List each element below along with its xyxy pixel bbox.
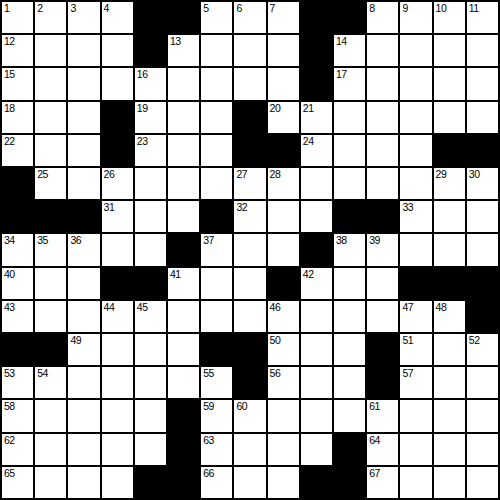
block-r5c15 [467,135,498,166]
cell-r12c14[interactable] [434,367,465,398]
clue-number: 18 [4,102,15,114]
clue-number: 40 [4,268,15,280]
cell-r2c6[interactable]: 13 [168,35,199,66]
cell-r13c14[interactable] [434,400,465,431]
cell-r4c2[interactable] [35,102,66,133]
cell-r15c2[interactable] [35,467,66,498]
cell-r2c9[interactable] [268,35,299,66]
cell-r1c9[interactable]: 7 [268,2,299,33]
cell-r11c15[interactable]: 52 [467,334,498,365]
cell-r4c14[interactable] [434,102,465,133]
cell-r8c1[interactable]: 34 [2,234,33,265]
cell-r7c13[interactable]: 33 [400,201,431,232]
cell-r15c3[interactable] [68,467,99,498]
cell-r10c3[interactable] [68,301,99,332]
clue-number: 26 [104,168,115,180]
cell-r3c6[interactable] [168,68,199,99]
cell-r6c7[interactable] [201,168,232,199]
block-r12c12 [367,367,398,398]
cell-r5c13[interactable] [400,135,431,166]
cell-r12c5[interactable] [135,367,166,398]
cell-r5c6[interactable] [168,135,199,166]
cell-r9c6[interactable]: 41 [168,268,199,299]
clue-number: 47 [402,301,413,313]
cell-r1c13[interactable]: 9 [400,2,431,33]
cell-r8c15[interactable] [467,234,498,265]
cell-r5c11[interactable] [334,135,365,166]
clue-number: 3 [70,2,75,14]
cell-r13c15[interactable] [467,400,498,431]
cell-r15c1[interactable]: 65 [2,467,33,498]
cell-r11c11[interactable] [334,334,365,365]
cell-r14c9[interactable] [268,434,299,465]
cell-r3c1[interactable]: 15 [2,68,33,99]
cell-r13c3[interactable] [68,400,99,431]
clue-number: 34 [4,234,15,246]
block-r3c10 [301,68,332,99]
cell-r15c7[interactable]: 66 [201,467,232,498]
clue-number: 52 [469,334,480,346]
clue-number: 64 [369,434,380,446]
cell-r12c15[interactable] [467,367,498,398]
block-r7c3 [68,201,99,232]
cell-r5c1[interactable]: 22 [2,135,33,166]
block-r14c6 [168,434,199,465]
clue-number: 65 [4,467,15,479]
block-r2c5 [135,35,166,66]
cell-r13c12[interactable]: 61 [367,400,398,431]
clue-number: 7 [270,2,275,14]
cell-r8c12[interactable]: 39 [367,234,398,265]
cell-r12c13[interactable]: 57 [400,367,431,398]
cell-r7c6[interactable] [168,201,199,232]
clue-number: 59 [203,400,214,412]
cell-r1c14[interactable]: 10 [434,2,465,33]
cell-r13c7[interactable]: 59 [201,400,232,431]
block-r7c11 [334,201,365,232]
clue-number: 63 [203,434,214,446]
cell-r4c10[interactable]: 21 [301,102,332,133]
clue-number: 53 [4,367,15,379]
cell-r14c5[interactable] [135,434,166,465]
cell-r14c15[interactable] [467,434,498,465]
block-r5c14 [434,135,465,166]
clue-number: 22 [4,135,15,147]
cell-r6c10[interactable] [301,168,332,199]
cell-r14c14[interactable] [434,434,465,465]
cell-r15c14[interactable] [434,467,465,498]
clue-number: 16 [137,68,148,80]
clue-number: 30 [469,168,480,180]
cell-r6c14[interactable]: 29 [434,168,465,199]
clue-number: 42 [303,268,314,280]
cell-r12c10[interactable] [301,367,332,398]
cell-r9c2[interactable] [35,268,66,299]
clue-number: 54 [37,367,48,379]
cell-r15c8[interactable] [234,467,265,498]
cell-r14c3[interactable] [68,434,99,465]
clue-number: 56 [270,367,281,379]
cell-r3c14[interactable] [434,68,465,99]
cell-r1c3[interactable]: 3 [68,2,99,33]
cell-r5c12[interactable] [367,135,398,166]
cell-r7c8[interactable]: 32 [234,201,265,232]
clue-number: 50 [270,334,281,346]
block-r7c7 [201,201,232,232]
clue-number: 9 [402,2,407,14]
block-r1c11 [334,2,365,33]
block-r11c2 [35,334,66,365]
cell-r3c3[interactable] [68,68,99,99]
cell-r15c15[interactable] [467,467,498,498]
clue-number: 14 [336,35,347,47]
clue-number: 12 [4,35,15,47]
cell-r13c1[interactable]: 58 [2,400,33,431]
clue-number: 37 [203,234,214,246]
block-r9c15 [467,268,498,299]
cell-r7c15[interactable] [467,201,498,232]
cell-r12c11[interactable] [334,367,365,398]
block-r11c1 [2,334,33,365]
clue-number: 41 [170,268,181,280]
cell-r10c1[interactable]: 43 [2,301,33,332]
cell-r10c9[interactable]: 46 [268,301,299,332]
cell-r10c6[interactable] [168,301,199,332]
cell-r4c9[interactable]: 20 [268,102,299,133]
cell-r10c12[interactable] [367,301,398,332]
block-r11c8 [234,334,265,365]
clue-number: 33 [402,201,413,213]
cell-r9c3[interactable] [68,268,99,299]
block-r11c7 [201,334,232,365]
cell-r2c1[interactable]: 12 [2,35,33,66]
clue-number: 51 [402,334,413,346]
cell-r5c2[interactable] [35,135,66,166]
clue-number: 38 [336,234,347,246]
cell-r14c2[interactable] [35,434,66,465]
clue-number: 35 [37,234,48,246]
cell-r15c12[interactable]: 67 [367,467,398,498]
block-r5c8 [234,135,265,166]
cell-r8c5[interactable] [135,234,166,265]
cell-r11c6[interactable] [168,334,199,365]
cell-r8c11[interactable]: 38 [334,234,365,265]
block-r9c9 [268,268,299,299]
block-r9c13 [400,268,431,299]
cell-r9c12[interactable] [367,268,398,299]
cell-r6c8[interactable]: 27 [234,168,265,199]
block-r7c1 [2,201,33,232]
cell-r2c13[interactable] [400,35,431,66]
cell-r1c1[interactable]: 1 [2,2,33,33]
cell-r10c11[interactable] [334,301,365,332]
clue-number: 29 [436,168,447,180]
cell-r7c9[interactable] [268,201,299,232]
clue-number: 36 [70,234,81,246]
block-r4c8 [234,102,265,133]
cell-r12c6[interactable] [168,367,199,398]
block-r15c10 [301,467,332,498]
cell-r12c4[interactable] [102,367,133,398]
cell-r9c10[interactable]: 42 [301,268,332,299]
clue-number: 39 [369,234,380,246]
cell-r10c4[interactable]: 44 [102,301,133,332]
cell-r5c3[interactable] [68,135,99,166]
cell-r13c5[interactable] [135,400,166,431]
cell-r14c8[interactable] [234,434,265,465]
cell-r2c7[interactable] [201,35,232,66]
cell-r1c15[interactable]: 11 [467,2,498,33]
cell-r9c7[interactable] [201,268,232,299]
cell-r3c7[interactable] [201,68,232,99]
cell-r14c10[interactable] [301,434,332,465]
cell-r4c13[interactable] [400,102,431,133]
block-r1c5 [135,2,166,33]
cell-r1c7[interactable]: 5 [201,2,232,33]
clue-number: 57 [402,367,413,379]
cell-r13c10[interactable] [301,400,332,431]
clue-number: 8 [369,2,374,14]
cell-r2c2[interactable] [35,35,66,66]
block-r15c6 [168,467,199,498]
cell-r5c7[interactable] [201,135,232,166]
cell-r3c2[interactable] [35,68,66,99]
block-r14c11 [334,434,365,465]
clue-number: 55 [203,367,214,379]
clue-number: 60 [236,400,247,412]
cell-r8c13[interactable] [400,234,431,265]
clue-number: 67 [369,467,380,479]
clue-number: 32 [236,201,247,213]
cell-r6c12[interactable] [367,168,398,199]
clue-number: 13 [170,35,181,47]
block-r7c2 [35,201,66,232]
cell-r14c13[interactable] [400,434,431,465]
cell-r10c2[interactable] [35,301,66,332]
cell-r6c15[interactable]: 30 [467,168,498,199]
cell-r2c14[interactable] [434,35,465,66]
cell-r11c10[interactable] [301,334,332,365]
cell-r12c9[interactable]: 56 [268,367,299,398]
cell-r8c9[interactable] [268,234,299,265]
cell-r14c4[interactable] [102,434,133,465]
clue-number: 23 [137,135,148,147]
cell-r11c13[interactable]: 51 [400,334,431,365]
block-r1c6 [168,2,199,33]
cell-r2c3[interactable] [68,35,99,66]
cell-r13c11[interactable] [334,400,365,431]
cell-r3c15[interactable] [467,68,498,99]
cell-r3c8[interactable] [234,68,265,99]
clue-number: 4 [104,2,109,14]
cell-r15c4[interactable] [102,467,133,498]
cell-r11c14[interactable] [434,334,465,365]
block-r11c12 [367,334,398,365]
cell-r11c9[interactable]: 50 [268,334,299,365]
block-r15c11 [334,467,365,498]
block-r15c5 [135,467,166,498]
cell-r3c12[interactable] [367,68,398,99]
clue-number: 2 [37,2,42,14]
cell-r7c10[interactable] [301,201,332,232]
cell-r9c11[interactable] [334,268,365,299]
cell-r11c4[interactable] [102,334,133,365]
cell-r6c3[interactable] [68,168,99,199]
block-r13c6 [168,400,199,431]
clue-number: 45 [137,301,148,313]
clue-number: 1 [4,2,9,14]
cell-r6c13[interactable] [400,168,431,199]
cell-r9c1[interactable]: 40 [2,268,33,299]
cell-r8c14[interactable] [434,234,465,265]
cell-r12c1[interactable]: 53 [2,367,33,398]
clue-number: 25 [37,168,48,180]
cell-r10c5[interactable]: 45 [135,301,166,332]
cell-r5c5[interactable]: 23 [135,135,166,166]
cell-r2c8[interactable] [234,35,265,66]
cell-r6c4[interactable]: 26 [102,168,133,199]
clue-number: 5 [203,2,208,14]
crossword-grid: 1234567891011121314151617181920212223242… [0,0,500,500]
cell-r13c4[interactable] [102,400,133,431]
cell-r3c11[interactable]: 17 [334,68,365,99]
cell-r1c2[interactable]: 2 [35,2,66,33]
cell-r13c2[interactable] [35,400,66,431]
cell-r10c8[interactable] [234,301,265,332]
cell-r10c10[interactable] [301,301,332,332]
cell-r4c11[interactable] [334,102,365,133]
block-r12c8 [234,367,265,398]
block-r5c9 [268,135,299,166]
cell-r4c12[interactable] [367,102,398,133]
cell-r1c4[interactable]: 4 [102,2,133,33]
cell-r3c5[interactable]: 16 [135,68,166,99]
block-r2c10 [301,35,332,66]
cell-r15c9[interactable] [268,467,299,498]
clue-number: 27 [236,168,247,180]
cell-r14c1[interactable]: 62 [2,434,33,465]
cell-r5c10[interactable]: 24 [301,135,332,166]
block-r8c6 [168,234,199,265]
block-r1c10 [301,2,332,33]
clue-number: 28 [270,168,281,180]
cell-r12c3[interactable] [68,367,99,398]
block-r6c1 [2,168,33,199]
cell-r12c2[interactable]: 54 [35,367,66,398]
cell-r13c13[interactable] [400,400,431,431]
block-r4c4 [102,102,133,133]
cell-r7c14[interactable] [434,201,465,232]
cell-r6c6[interactable] [168,168,199,199]
cell-r8c4[interactable] [102,234,133,265]
clue-number: 46 [270,301,281,313]
cell-r8c2[interactable]: 35 [35,234,66,265]
block-r5c4 [102,135,133,166]
clue-number: 44 [104,301,115,313]
clue-number: 21 [303,102,314,114]
cell-r4c3[interactable] [68,102,99,133]
clue-number: 61 [369,400,380,412]
clue-number: 6 [236,2,241,14]
cell-r3c4[interactable] [102,68,133,99]
block-r9c14 [434,268,465,299]
cell-r7c4[interactable]: 31 [102,201,133,232]
cell-r8c8[interactable] [234,234,265,265]
cell-r15c13[interactable] [400,467,431,498]
cell-r10c14[interactable]: 48 [434,301,465,332]
cell-r6c11[interactable] [334,168,365,199]
cell-r10c13[interactable]: 47 [400,301,431,332]
cell-r4c15[interactable] [467,102,498,133]
cell-r4c1[interactable]: 18 [2,102,33,133]
cell-r2c4[interactable] [102,35,133,66]
clue-number: 19 [137,102,148,114]
cell-r1c12[interactable]: 8 [367,2,398,33]
cell-r6c5[interactable] [135,168,166,199]
cell-r13c9[interactable] [268,400,299,431]
cell-r11c3[interactable]: 49 [68,334,99,365]
clue-number: 15 [4,68,15,80]
cell-r12c7[interactable]: 55 [201,367,232,398]
clue-number: 20 [270,102,281,114]
clue-number: 24 [303,135,314,147]
clue-number: 66 [203,467,214,479]
cell-r1c8[interactable]: 6 [234,2,265,33]
block-r7c12 [367,201,398,232]
cell-r8c7[interactable]: 37 [201,234,232,265]
cell-r8c3[interactable]: 36 [68,234,99,265]
clue-number: 17 [336,68,347,80]
clue-number: 62 [4,434,15,446]
clue-number: 49 [70,334,81,346]
clue-number: 48 [436,301,447,313]
block-r8c10 [301,234,332,265]
block-r10c15 [467,301,498,332]
block-r9c4 [102,268,133,299]
cell-r6c2[interactable]: 25 [35,168,66,199]
cell-r13c8[interactable]: 60 [234,400,265,431]
cell-r3c13[interactable] [400,68,431,99]
clue-number: 43 [4,301,15,313]
clue-number: 58 [4,400,15,412]
clue-number: 31 [104,201,115,213]
cell-r2c12[interactable] [367,35,398,66]
cell-r6c9[interactable]: 28 [268,168,299,199]
block-r9c5 [135,268,166,299]
cell-r14c12[interactable]: 64 [367,434,398,465]
cell-r4c6[interactable] [168,102,199,133]
clue-number: 11 [469,2,479,14]
cell-r2c11[interactable]: 14 [334,35,365,66]
cell-r9c8[interactable] [234,268,265,299]
cell-r10c7[interactable] [201,301,232,332]
cell-r14c7[interactable]: 63 [201,434,232,465]
cell-r4c5[interactable]: 19 [135,102,166,133]
cell-r3c9[interactable] [268,68,299,99]
clue-number: 10 [436,2,447,14]
cell-r11c5[interactable] [135,334,166,365]
cell-r7c5[interactable] [135,201,166,232]
cell-r4c7[interactable] [201,102,232,133]
cell-r2c15[interactable] [467,35,498,66]
